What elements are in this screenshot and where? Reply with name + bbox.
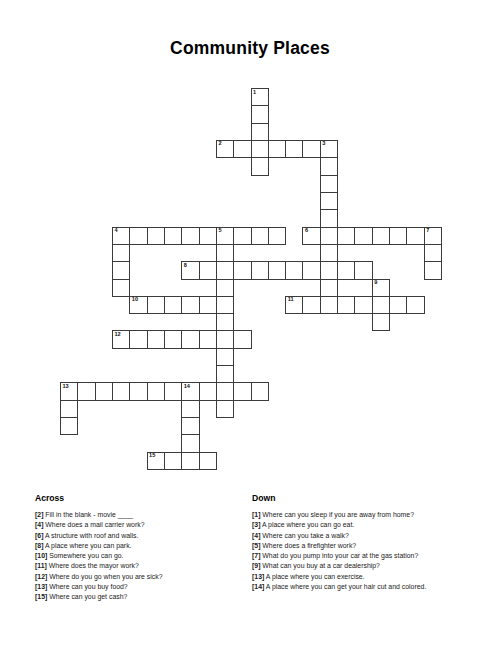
grid-cell[interactable]: [181, 227, 199, 245]
clue-item: [7] What do you pump into your car at th…: [252, 551, 498, 561]
grid-cell[interactable]: [268, 227, 286, 245]
clue-item: [15] Where can you get cash?: [35, 592, 247, 602]
grid-cell[interactable]: [233, 140, 251, 158]
grid-cell[interactable]: [372, 313, 390, 331]
clue-item: [13] A place where you can exercise.: [252, 572, 498, 582]
cell-number: 14: [184, 384, 190, 390]
clue-item: [11] Where does the mayor work?: [35, 561, 247, 571]
grid-cell[interactable]: 14: [181, 382, 199, 400]
grid-cell[interactable]: [181, 400, 199, 418]
clue-item: [4] Where can you take a walk?: [252, 531, 498, 541]
clue-number: [13]: [35, 583, 47, 590]
across-clue-list: [2] Fill in the blank - movie ____[4] Wh…: [35, 510, 247, 603]
down-clues-section: Down [1] Where can you sleep if you are …: [252, 493, 498, 592]
clue-item: [1] Where can you sleep if you are away …: [252, 510, 498, 520]
grid-cell[interactable]: [216, 382, 234, 400]
grid-cell[interactable]: [181, 330, 199, 348]
grid-cell[interactable]: [199, 227, 217, 245]
grid-cell[interactable]: [199, 452, 217, 470]
grid-cell[interactable]: 5: [216, 227, 234, 245]
grid-cell[interactable]: [216, 330, 234, 348]
cell-number: 11: [288, 297, 294, 303]
clue-text: Where can you buy food?: [47, 583, 127, 590]
grid-cell[interactable]: 10: [129, 296, 147, 314]
grid-cell[interactable]: [216, 244, 234, 262]
clue-item: [13] Where can you buy food?: [35, 582, 247, 592]
grid-cell[interactable]: [320, 157, 338, 175]
grid-cell[interactable]: [199, 261, 217, 279]
cell-number: 15: [149, 453, 155, 459]
grid-cell[interactable]: [95, 382, 113, 400]
clue-number: [12]: [35, 573, 47, 580]
grid-cell[interactable]: [337, 227, 355, 245]
clue-item: [4] Where does a mail carrier work?: [35, 520, 247, 530]
grid-cell[interactable]: [424, 244, 442, 262]
grid-cell[interactable]: [164, 452, 182, 470]
clue-text: A place where you can exercise.: [264, 573, 364, 580]
grid-cell[interactable]: [129, 382, 147, 400]
clue-number: [13]: [252, 573, 264, 580]
grid-cell[interactable]: [320, 227, 338, 245]
clue-text: Where does the mayor work?: [47, 562, 139, 569]
grid-cell[interactable]: [389, 227, 407, 245]
clue-number: [14]: [252, 583, 264, 590]
grid-cell[interactable]: [320, 279, 338, 297]
clue-item: [10] Somewhere you can go.: [35, 551, 247, 561]
across-heading: Across: [35, 493, 247, 503]
grid-cell[interactable]: [199, 382, 217, 400]
cell-number: 5: [218, 228, 221, 234]
puzzle-title: Community Places: [0, 38, 500, 59]
clue-text: Where do you go when you are sick?: [47, 573, 162, 580]
cell-number: 2: [218, 141, 221, 147]
grid-cell[interactable]: [372, 296, 390, 314]
grid-cell[interactable]: [129, 227, 147, 245]
grid-cell[interactable]: [251, 382, 269, 400]
grid-cell[interactable]: 2: [216, 140, 234, 158]
cell-number: 13: [63, 384, 69, 390]
grid-cell[interactable]: [60, 400, 78, 418]
grid-cell[interactable]: [181, 452, 199, 470]
clue-text: Where does a firefighter work?: [260, 542, 356, 549]
grid-cell[interactable]: 11: [285, 296, 303, 314]
crossword-page: Community Places 123456789101112131415 A…: [0, 0, 500, 647]
grid-cell[interactable]: [320, 261, 338, 279]
clue-item: [9] What can you buy at a car dealership…: [252, 561, 498, 571]
grid-cell[interactable]: [302, 140, 320, 158]
cell-number: 10: [132, 297, 138, 303]
clue-item: [12] Where do you go when you are sick?: [35, 572, 247, 582]
grid-cell[interactable]: [147, 227, 165, 245]
grid-cell[interactable]: [251, 157, 269, 175]
grid-cell[interactable]: 8: [181, 261, 199, 279]
clue-text: Fill in the blank - movie ____: [43, 511, 133, 518]
grid-cell[interactable]: [199, 296, 217, 314]
grid-cell[interactable]: [406, 296, 424, 314]
grid-cell[interactable]: [233, 330, 251, 348]
grid-cell[interactable]: [112, 279, 130, 297]
clue-text: Where can you sleep if you are away from…: [260, 511, 414, 518]
grid-cell[interactable]: 7: [424, 227, 442, 245]
grid-cell[interactable]: [251, 123, 269, 141]
grid-cell[interactable]: [251, 105, 269, 123]
cell-number: 6: [305, 228, 308, 234]
grid-cell[interactable]: [112, 261, 130, 279]
grid-cell[interactable]: [216, 348, 234, 366]
clue-item: [14] A place where you can get your hair…: [252, 582, 498, 592]
clue-text: Where can you get cash?: [47, 593, 127, 600]
down-clue-list: [1] Where can you sleep if you are away …: [252, 510, 498, 592]
cell-number: 4: [114, 228, 117, 234]
grid-cell[interactable]: [320, 244, 338, 262]
grid-cell[interactable]: [320, 175, 338, 193]
grid-cell[interactable]: [216, 400, 234, 418]
grid-cell[interactable]: [302, 261, 320, 279]
cell-number: 12: [114, 332, 120, 338]
grid-cell[interactable]: [233, 227, 251, 245]
grid-cell[interactable]: [337, 261, 355, 279]
grid-cell[interactable]: [320, 192, 338, 210]
grid-cell[interactable]: 6: [302, 227, 320, 245]
cell-number: 7: [426, 228, 429, 234]
clue-item: [2] Fill in the blank - movie ____: [35, 510, 247, 520]
grid-cell[interactable]: 12: [112, 330, 130, 348]
grid-cell[interactable]: [216, 365, 234, 383]
grid-cell[interactable]: [268, 261, 286, 279]
cell-number: 3: [322, 141, 325, 147]
grid-cell[interactable]: [424, 261, 442, 279]
clue-item: [3] A place where you can go eat.: [252, 520, 498, 530]
grid-cell[interactable]: [216, 313, 234, 331]
grid-cell[interactable]: [112, 382, 130, 400]
grid-cell[interactable]: [181, 296, 199, 314]
grid-cell[interactable]: 9: [372, 279, 390, 297]
grid-cell[interactable]: [354, 261, 372, 279]
clue-text: A place where you can park.: [43, 542, 131, 549]
across-clues-section: Across [2] Fill in the blank - movie ___…: [35, 493, 247, 603]
grid-cell[interactable]: 13: [60, 382, 78, 400]
grid-cell[interactable]: [268, 140, 286, 158]
clue-text: A structure with roof and walls.: [43, 532, 138, 539]
grid-cell[interactable]: [233, 261, 251, 279]
grid-cell[interactable]: 3: [320, 140, 338, 158]
grid-cell[interactable]: [251, 261, 269, 279]
clue-item: [6] A structure with roof and walls.: [35, 531, 247, 541]
grid-cell[interactable]: [320, 209, 338, 227]
grid-cell[interactable]: [354, 227, 372, 245]
grid-cell[interactable]: [199, 330, 217, 348]
grid-cell[interactable]: [251, 227, 269, 245]
clue-text: What can you buy at a car dealership?: [260, 562, 380, 569]
grid-cell[interactable]: [112, 244, 130, 262]
grid-cell[interactable]: [354, 296, 372, 314]
grid-cell[interactable]: [60, 417, 78, 435]
grid-cell[interactable]: [164, 227, 182, 245]
grid-cell[interactable]: [164, 382, 182, 400]
grid-cell[interactable]: [181, 434, 199, 452]
grid-cell[interactable]: [147, 296, 165, 314]
clue-text: A place where you can go eat.: [260, 521, 354, 528]
grid-cell[interactable]: 1: [251, 88, 269, 106]
grid-cell[interactable]: [77, 382, 95, 400]
grid-cell[interactable]: [337, 296, 355, 314]
clue-text: A place where you can get your hair cut …: [264, 583, 426, 590]
clue-text: Where can you take a walk?: [260, 532, 348, 539]
down-heading: Down: [252, 493, 498, 503]
crossword-grid: 123456789101112131415: [60, 88, 442, 470]
grid-cell[interactable]: [251, 140, 269, 158]
grid-cell[interactable]: 4: [112, 227, 130, 245]
grid-cell[interactable]: [233, 382, 251, 400]
grid-cell[interactable]: [216, 279, 234, 297]
clue-item: [5] Where does a firefighter work?: [252, 541, 498, 551]
grid-cell[interactable]: [216, 296, 234, 314]
grid-cell[interactable]: [285, 261, 303, 279]
grid-cell[interactable]: [164, 330, 182, 348]
cell-number: 8: [184, 263, 187, 269]
clue-text: Somewhere you can go.: [47, 552, 123, 559]
grid-cell[interactable]: [389, 296, 407, 314]
grid-cell[interactable]: [181, 417, 199, 435]
clue-number: [11]: [35, 562, 47, 569]
grid-cell[interactable]: [147, 330, 165, 348]
grid-cell[interactable]: [147, 382, 165, 400]
grid-cell[interactable]: [320, 296, 338, 314]
grid-cell[interactable]: [216, 261, 234, 279]
grid-cell[interactable]: 15: [147, 452, 165, 470]
grid-cell[interactable]: [406, 227, 424, 245]
clue-text: Where does a mail carrier work?: [43, 521, 144, 528]
grid-cell[interactable]: [285, 140, 303, 158]
cell-number: 1: [253, 90, 256, 96]
grid-cell[interactable]: [129, 330, 147, 348]
grid-cell[interactable]: [302, 296, 320, 314]
clue-number: [15]: [35, 593, 47, 600]
clue-item: [8] A place where you can park.: [35, 541, 247, 551]
cell-number: 9: [374, 280, 377, 286]
clue-number: [10]: [35, 552, 47, 559]
grid-cell[interactable]: [372, 227, 390, 245]
grid-cell[interactable]: [164, 296, 182, 314]
clue-text: What do you pump into your car at the ga…: [260, 552, 418, 559]
